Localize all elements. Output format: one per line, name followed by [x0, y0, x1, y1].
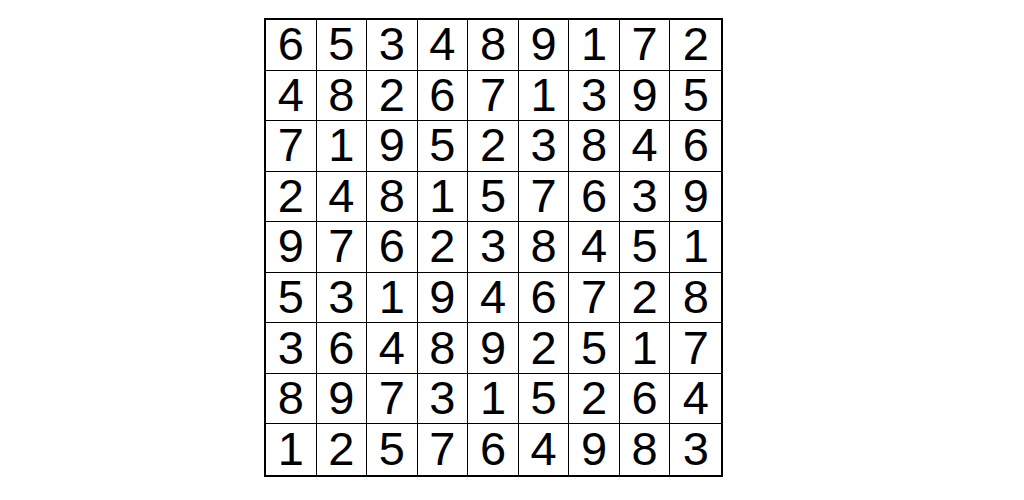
cell-r7c3: 4: [367, 323, 418, 374]
cell-r4c2: 4: [317, 172, 368, 223]
cell-r3c5: 2: [468, 121, 519, 172]
cell-r8c5: 1: [468, 374, 519, 425]
cell-r9c1: 1: [266, 424, 317, 475]
cell-r1c4: 4: [418, 20, 469, 71]
cell-r7c4: 8: [418, 323, 469, 374]
cell-r1c7: 1: [569, 20, 620, 71]
cell-r2c3: 2: [367, 71, 418, 122]
cell-r2c6: 1: [519, 71, 570, 122]
cell-r5c7: 4: [569, 222, 620, 273]
cell-r5c4: 2: [418, 222, 469, 273]
cell-r9c2: 2: [317, 424, 368, 475]
cell-r3c8: 4: [620, 121, 671, 172]
cell-r2c8: 9: [620, 71, 671, 122]
cell-r8c2: 9: [317, 374, 368, 425]
cell-r9c8: 8: [620, 424, 671, 475]
cell-r9c9: 3: [670, 424, 721, 475]
cell-r7c8: 1: [620, 323, 671, 374]
cell-r8c3: 7: [367, 374, 418, 425]
cell-r9c4: 7: [418, 424, 469, 475]
cell-r3c4: 5: [418, 121, 469, 172]
cell-r9c3: 5: [367, 424, 418, 475]
cell-r9c5: 6: [468, 424, 519, 475]
cell-r5c6: 8: [519, 222, 570, 273]
cell-r4c5: 5: [468, 172, 519, 223]
cell-r8c9: 4: [670, 374, 721, 425]
cell-r5c5: 3: [468, 222, 519, 273]
cell-r2c1: 4: [266, 71, 317, 122]
cell-r1c6: 9: [519, 20, 570, 71]
cell-r7c7: 5: [569, 323, 620, 374]
cell-r3c1: 7: [266, 121, 317, 172]
cell-r7c5: 9: [468, 323, 519, 374]
cell-r3c9: 6: [670, 121, 721, 172]
cell-r7c1: 3: [266, 323, 317, 374]
cell-r1c2: 5: [317, 20, 368, 71]
cell-r7c9: 7: [670, 323, 721, 374]
cell-r2c9: 5: [670, 71, 721, 122]
cell-r1c8: 7: [620, 20, 671, 71]
cell-r9c7: 9: [569, 424, 620, 475]
cell-r5c1: 9: [266, 222, 317, 273]
cell-r3c2: 1: [317, 121, 368, 172]
cell-r9c6: 4: [519, 424, 570, 475]
cell-r5c3: 6: [367, 222, 418, 273]
cell-r4c4: 1: [418, 172, 469, 223]
cell-r6c3: 1: [367, 273, 418, 324]
cell-r2c4: 6: [418, 71, 469, 122]
cell-r1c5: 8: [468, 20, 519, 71]
cell-r1c3: 3: [367, 20, 418, 71]
cell-r4c8: 3: [620, 172, 671, 223]
cell-r4c7: 6: [569, 172, 620, 223]
cell-r6c1: 5: [266, 273, 317, 324]
cell-r3c7: 8: [569, 121, 620, 172]
cell-r3c6: 3: [519, 121, 570, 172]
cell-r2c7: 3: [569, 71, 620, 122]
cell-r5c2: 7: [317, 222, 368, 273]
cell-r4c1: 2: [266, 172, 317, 223]
cell-r4c6: 7: [519, 172, 570, 223]
cell-r8c8: 6: [620, 374, 671, 425]
cell-r5c9: 1: [670, 222, 721, 273]
cell-r8c1: 8: [266, 374, 317, 425]
cell-r6c4: 9: [418, 273, 469, 324]
cell-r4c3: 8: [367, 172, 418, 223]
sudoku-board: 6534891724826713957195238462481576399762…: [264, 18, 723, 477]
cell-r7c2: 6: [317, 323, 368, 374]
cell-r8c6: 5: [519, 374, 570, 425]
cell-r4c9: 9: [670, 172, 721, 223]
cell-r2c2: 8: [317, 71, 368, 122]
cell-r6c7: 7: [569, 273, 620, 324]
cell-r7c6: 2: [519, 323, 570, 374]
cell-r5c8: 5: [620, 222, 671, 273]
cell-r6c8: 2: [620, 273, 671, 324]
cell-r6c5: 4: [468, 273, 519, 324]
cell-r1c1: 6: [266, 20, 317, 71]
cell-r6c9: 8: [670, 273, 721, 324]
cell-r8c4: 3: [418, 374, 469, 425]
cell-r3c3: 9: [367, 121, 418, 172]
cell-r2c5: 7: [468, 71, 519, 122]
cell-r6c2: 3: [317, 273, 368, 324]
cell-r6c6: 6: [519, 273, 570, 324]
cell-r8c7: 2: [569, 374, 620, 425]
cell-r1c9: 2: [670, 20, 721, 71]
